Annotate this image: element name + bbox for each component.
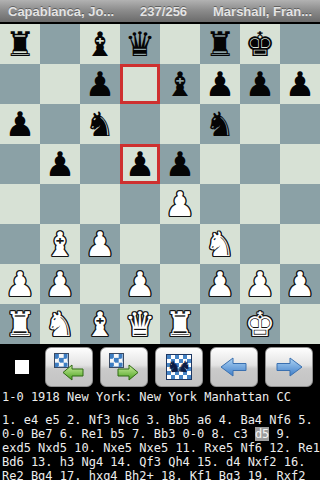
square-g3[interactable] (240, 224, 280, 264)
square-e8[interactable] (160, 24, 200, 64)
moves-before-current[interactable]: 0-0 Be7 6. Re1 b5 7. Bb3 0-0 8. c3 (2, 427, 255, 441)
white-knight: ♞ (40, 304, 80, 344)
square-h2[interactable]: ♟ (280, 264, 320, 304)
blue-right-arrow-icon (274, 356, 304, 378)
white-pawn: ♟ (200, 264, 240, 304)
square-h1[interactable] (280, 304, 320, 344)
black-pawn: ♟ (200, 64, 240, 104)
square-h5[interactable] (280, 144, 320, 184)
square-e2[interactable] (160, 264, 200, 304)
black-player-name: Marshall, Fran... (213, 4, 312, 19)
square-g4[interactable] (240, 184, 280, 224)
white-rook: ♜ (0, 304, 40, 344)
knight-glyph-icon: ♞ (176, 356, 192, 377)
square-f7[interactable]: ♟ (200, 64, 240, 104)
white-bishop: ♝ (80, 304, 120, 344)
white-pawn: ♟ (0, 264, 40, 304)
square-g7[interactable]: ♟ (240, 64, 280, 104)
square-e3[interactable] (160, 224, 200, 264)
square-b4[interactable] (40, 184, 80, 224)
move-line[interactable]: Re2 Bg4 17. hxg4 Bh2+ 18. Kf1 Bg3 19. Rx… (2, 469, 320, 480)
black-pawn: ♟ (280, 64, 320, 104)
previous-game-button[interactable] (45, 347, 93, 387)
square-f4[interactable] (200, 184, 240, 224)
white-pawn: ♟ (160, 184, 200, 224)
black-queen: ♛ (120, 24, 160, 64)
square-a1[interactable]: ♜ (0, 304, 40, 344)
square-b5[interactable]: ♟ (40, 144, 80, 184)
game-list-icon: ♞ ♞ (166, 354, 192, 380)
black-knight: ♞ (80, 104, 120, 144)
square-a4[interactable] (0, 184, 40, 224)
square-e6[interactable] (160, 104, 200, 144)
chess-board[interactable]: ♜♝♛♜♚♟♝♟♟♟♟♞♞♟♟♟♟♝♟♞♟♟♟♟♟♟♜♞♝♛♜♚ (0, 24, 320, 344)
square-h3[interactable] (280, 224, 320, 264)
square-c5[interactable] (80, 144, 120, 184)
square-d5[interactable]: ♟ (120, 144, 160, 184)
square-e7[interactable]: ♝ (160, 64, 200, 104)
square-h6[interactable] (280, 104, 320, 144)
white-pawn: ♟ (40, 264, 80, 304)
black-king: ♚ (240, 24, 280, 64)
previous-game-icon (54, 353, 84, 381)
game-list-button[interactable]: ♞ ♞ (155, 347, 203, 387)
black-pawn: ♟ (160, 144, 200, 184)
square-d8[interactable]: ♛ (120, 24, 160, 64)
square-f3[interactable]: ♞ (200, 224, 240, 264)
game-result-header: 1-0 1918 New York: New York Manhattan CC (2, 391, 320, 404)
square-c6[interactable]: ♞ (80, 104, 120, 144)
move-line[interactable]: exd5 Nxd5 10. Nxe5 Nxe5 11. Rxe5 Nf6 12.… (2, 441, 320, 455)
square-b3[interactable]: ♝ (40, 224, 80, 264)
white-pawn: ♟ (80, 224, 120, 264)
white-queen: ♛ (120, 304, 160, 344)
square-g2[interactable]: ♟ (240, 264, 280, 304)
square-b6[interactable] (40, 104, 80, 144)
square-a3[interactable] (0, 224, 40, 264)
title-bar: Capablanca, Jo... 237/256 Marshall, Fran… (0, 0, 320, 24)
move-list-panel: 1-0 1918 New York: New York Manhattan CC… (0, 390, 320, 480)
square-g1[interactable]: ♚ (240, 304, 280, 344)
square-g8[interactable]: ♚ (240, 24, 280, 64)
white-king: ♚ (240, 304, 280, 344)
square-c1[interactable]: ♝ (80, 304, 120, 344)
square-a6[interactable]: ♟ (0, 104, 40, 144)
black-pawn: ♟ (0, 104, 40, 144)
square-c4[interactable] (80, 184, 120, 224)
square-h7[interactable]: ♟ (280, 64, 320, 104)
black-pawn: ♟ (80, 64, 120, 104)
square-f5[interactable] (200, 144, 240, 184)
black-pawn: ♟ (40, 144, 80, 184)
square-f1[interactable] (200, 304, 240, 344)
white-pawn: ♟ (240, 264, 280, 304)
square-b2[interactable]: ♟ (40, 264, 80, 304)
black-rook: ♜ (0, 24, 40, 64)
move-line[interactable]: 0-0 Be7 6. Re1 b5 7. Bb3 0-0 8. c3 d5 9. (2, 427, 320, 441)
white-bishop: ♝ (40, 224, 80, 264)
square-a7[interactable] (0, 64, 40, 104)
green-right-arrow-icon (117, 364, 139, 381)
move-line[interactable]: 1. e4 e5 2. Nf3 Nc6 3. Bb5 a6 4. Ba4 Nf6… (2, 413, 320, 427)
move-line[interactable]: Bd6 13. h3 Ng4 14. Qf3 Qh4 15. d4 Nxf2 1… (2, 455, 320, 469)
square-b7[interactable] (40, 64, 80, 104)
black-bishop: ♝ (160, 64, 200, 104)
move-back-button[interactable] (210, 347, 258, 387)
next-game-icon (109, 353, 139, 381)
black-bishop: ♝ (80, 24, 120, 64)
blue-left-arrow-icon (219, 356, 249, 378)
black-pawn: ♟ (120, 144, 160, 184)
square-d6[interactable] (120, 104, 160, 144)
game-counter: 237/256 (140, 4, 187, 19)
white-pawn: ♟ (120, 264, 160, 304)
square-b8[interactable] (40, 24, 80, 64)
move-list: 1. e4 e5 2. Nf3 Nc6 3. Bb5 a6 4. Ba4 Nf6… (2, 413, 320, 480)
white-player-name: Capablanca, Jo... (8, 4, 114, 19)
move-forward-button[interactable] (265, 347, 313, 387)
green-left-arrow-icon (62, 364, 84, 381)
square-d2[interactable]: ♟ (120, 264, 160, 304)
square-c7[interactable]: ♟ (80, 64, 120, 104)
square-f6[interactable]: ♞ (200, 104, 240, 144)
black-rook: ♜ (200, 24, 240, 64)
square-d3[interactable] (120, 224, 160, 264)
square-a2[interactable]: ♟ (0, 264, 40, 304)
square-g5[interactable] (240, 144, 280, 184)
square-e5[interactable]: ♟ (160, 144, 200, 184)
square-f2[interactable]: ♟ (200, 264, 240, 304)
square-a8[interactable]: ♜ (0, 24, 40, 64)
next-game-button[interactable] (100, 347, 148, 387)
square-h4[interactable] (280, 184, 320, 224)
square-d7[interactable] (120, 64, 160, 104)
white-rook: ♜ (160, 304, 200, 344)
square-c2[interactable] (80, 264, 120, 304)
square-e1[interactable]: ♜ (160, 304, 200, 344)
square-g6[interactable] (240, 104, 280, 144)
square-f8[interactable]: ♜ (200, 24, 240, 64)
square-h8[interactable] (280, 24, 320, 64)
square-a5[interactable] (0, 144, 40, 184)
black-pawn: ♟ (240, 64, 280, 104)
square-d1[interactable]: ♛ (120, 304, 160, 344)
side-to-move-indicator (15, 360, 29, 374)
square-c3[interactable]: ♟ (80, 224, 120, 264)
moves-after-current[interactable]: 9. (269, 427, 291, 441)
current-move-highlight[interactable]: d5 (255, 427, 269, 441)
toolbar: ♞ ♞ (0, 344, 320, 390)
square-c8[interactable]: ♝ (80, 24, 120, 64)
square-d4[interactable] (120, 184, 160, 224)
white-pawn: ♟ (280, 264, 320, 304)
white-knight: ♞ (200, 224, 240, 264)
square-b1[interactable]: ♞ (40, 304, 80, 344)
black-knight: ♞ (200, 104, 240, 144)
square-e4[interactable]: ♟ (160, 184, 200, 224)
